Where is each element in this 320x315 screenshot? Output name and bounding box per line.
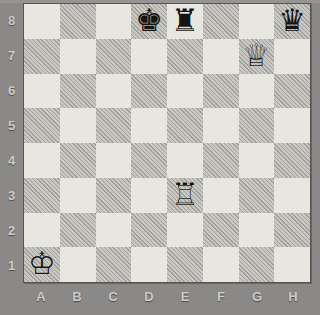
square-c6[interactable] xyxy=(96,74,132,109)
square-e6[interactable] xyxy=(167,74,203,109)
square-g2[interactable] xyxy=(239,213,275,248)
square-a3[interactable] xyxy=(24,178,60,213)
square-a8[interactable] xyxy=(24,4,60,39)
square-f3[interactable] xyxy=(203,178,239,213)
square-f2[interactable] xyxy=(203,213,239,248)
black-queen[interactable]: ♛ xyxy=(278,5,306,36)
square-d7[interactable] xyxy=(131,39,167,74)
square-f7[interactable] xyxy=(203,39,239,74)
square-g8[interactable] xyxy=(239,4,275,39)
square-b2[interactable] xyxy=(60,213,96,248)
square-f8[interactable] xyxy=(203,4,239,39)
rank-label-3: 3 xyxy=(0,178,23,213)
file-label-b: B xyxy=(59,283,95,309)
square-d8[interactable]: ♚ xyxy=(131,4,167,39)
file-label-f: F xyxy=(203,283,239,309)
rank-labels: 87654321 xyxy=(0,3,23,283)
square-c4[interactable] xyxy=(96,143,132,178)
white-king[interactable]: ♔ xyxy=(28,248,56,279)
file-label-h: H xyxy=(275,283,311,309)
square-f1[interactable] xyxy=(203,247,239,282)
square-b4[interactable] xyxy=(60,143,96,178)
square-g1[interactable] xyxy=(239,247,275,282)
square-c2[interactable] xyxy=(96,213,132,248)
square-b1[interactable] xyxy=(60,247,96,282)
square-c8[interactable] xyxy=(96,4,132,39)
square-a6[interactable] xyxy=(24,74,60,109)
square-b3[interactable] xyxy=(60,178,96,213)
square-h8[interactable]: ♛ xyxy=(274,4,310,39)
square-f4[interactable] xyxy=(203,143,239,178)
rank-label-7: 7 xyxy=(0,38,23,73)
chess-diagram: 87654321 ♚♜♛♕♖♔ ABCDEFGH xyxy=(0,0,320,315)
square-e8[interactable]: ♜ xyxy=(167,4,203,39)
file-label-e: E xyxy=(167,283,203,309)
square-d5[interactable] xyxy=(131,108,167,143)
square-d6[interactable] xyxy=(131,74,167,109)
square-b5[interactable] xyxy=(60,108,96,143)
black-king[interactable]: ♚ xyxy=(135,5,163,36)
rank-label-2: 2 xyxy=(0,213,23,248)
square-f6[interactable] xyxy=(203,74,239,109)
square-e4[interactable] xyxy=(167,143,203,178)
square-d1[interactable] xyxy=(131,247,167,282)
square-g5[interactable] xyxy=(239,108,275,143)
square-c3[interactable] xyxy=(96,178,132,213)
white-queen[interactable]: ♕ xyxy=(242,40,270,71)
square-d2[interactable] xyxy=(131,213,167,248)
square-h3[interactable] xyxy=(274,178,310,213)
square-h6[interactable] xyxy=(274,74,310,109)
square-h5[interactable] xyxy=(274,108,310,143)
square-a5[interactable] xyxy=(24,108,60,143)
square-e3[interactable]: ♖ xyxy=(167,178,203,213)
square-e1[interactable] xyxy=(167,247,203,282)
square-g6[interactable] xyxy=(239,74,275,109)
square-a7[interactable] xyxy=(24,39,60,74)
square-f5[interactable] xyxy=(203,108,239,143)
file-label-d: D xyxy=(131,283,167,309)
square-g3[interactable] xyxy=(239,178,275,213)
file-labels: ABCDEFGH xyxy=(23,283,311,309)
square-c1[interactable] xyxy=(96,247,132,282)
square-a1[interactable]: ♔ xyxy=(24,247,60,282)
square-a4[interactable] xyxy=(24,143,60,178)
rank-label-6: 6 xyxy=(0,73,23,108)
square-b8[interactable] xyxy=(60,4,96,39)
square-e7[interactable] xyxy=(167,39,203,74)
square-h7[interactable] xyxy=(274,39,310,74)
square-b7[interactable] xyxy=(60,39,96,74)
rank-label-8: 8 xyxy=(0,3,23,38)
square-d4[interactable] xyxy=(131,143,167,178)
square-h2[interactable] xyxy=(274,213,310,248)
square-c5[interactable] xyxy=(96,108,132,143)
square-h4[interactable] xyxy=(274,143,310,178)
file-label-a: A xyxy=(23,283,59,309)
square-a2[interactable] xyxy=(24,213,60,248)
chess-board: ♚♜♛♕♖♔ xyxy=(23,3,311,283)
file-label-c: C xyxy=(95,283,131,309)
square-g4[interactable] xyxy=(239,143,275,178)
black-rook[interactable]: ♜ xyxy=(171,5,199,36)
square-b6[interactable] xyxy=(60,74,96,109)
square-h1[interactable] xyxy=(274,247,310,282)
square-g7[interactable]: ♕ xyxy=(239,39,275,74)
white-rook[interactable]: ♖ xyxy=(171,179,199,210)
rank-label-1: 1 xyxy=(0,248,23,283)
square-d3[interactable] xyxy=(131,178,167,213)
rank-label-4: 4 xyxy=(0,143,23,178)
square-e2[interactable] xyxy=(167,213,203,248)
square-c7[interactable] xyxy=(96,39,132,74)
file-label-g: G xyxy=(239,283,275,309)
square-e5[interactable] xyxy=(167,108,203,143)
rank-label-5: 5 xyxy=(0,108,23,143)
